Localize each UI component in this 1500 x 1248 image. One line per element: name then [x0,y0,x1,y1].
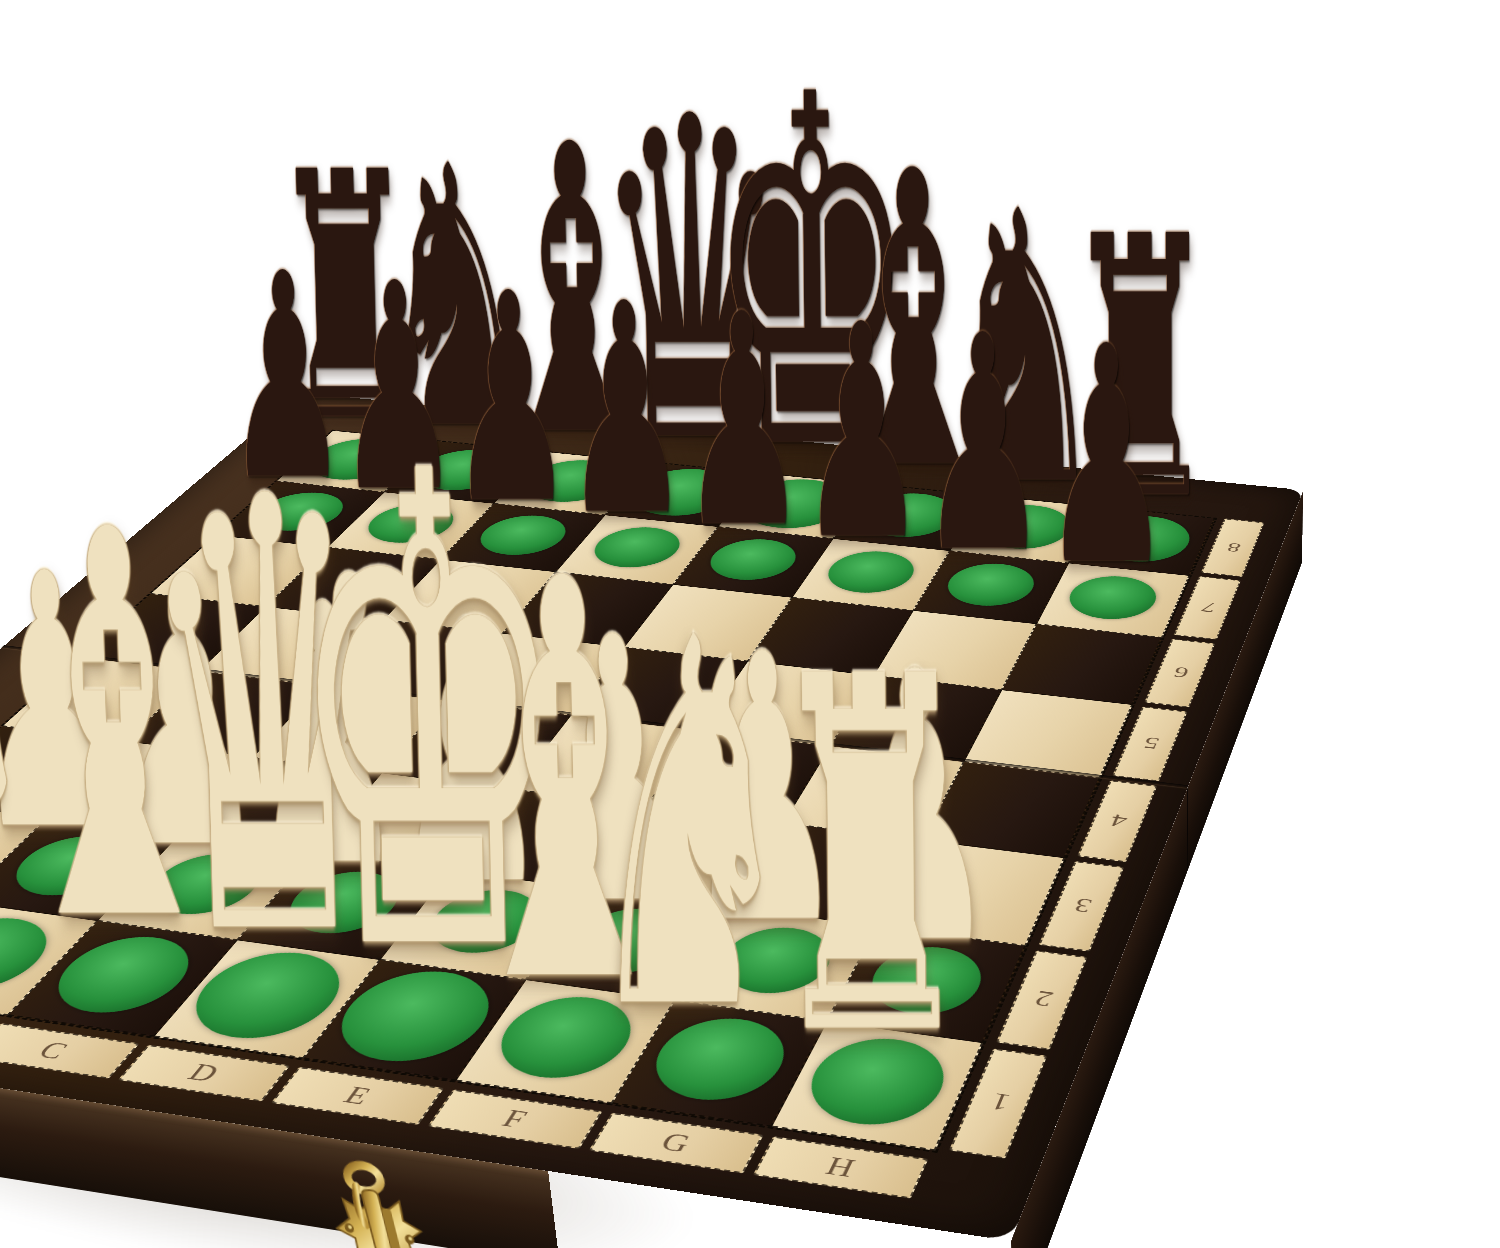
chess-board: ABCDEFGH 87654321 ♜♞♝♛♚♝♞♜♟♟♟♟♟♟♟♟♟♟♟♟♟♟… [0,393,1303,1241]
fold-seam-side [1187,786,1188,872]
pieces-layer: ♜♞♝♛♚♝♞♜♟♟♟♟♟♟♟♟♟♟♟♟♟♟♟♟♜♞♝♛♚♝♞♜ [0,393,1303,1241]
photo-scene: ABCDEFGH 87654321 ♜♞♝♛♚♝♞♜♟♟♟♟♟♟♟♟♟♟♟♟♟♟… [0,0,1500,1248]
black-pawn-h7[interactable]: ♟ [1032,312,1181,611]
board-surface: ABCDEFGH 87654321 ♜♞♝♛♚♝♞♜♟♟♟♟♟♟♟♟♟♟♟♟♟♟… [0,393,1303,1241]
brass-latch-icon [300,1146,454,1248]
white-rook-h1[interactable]: ♜ [761,621,963,1108]
